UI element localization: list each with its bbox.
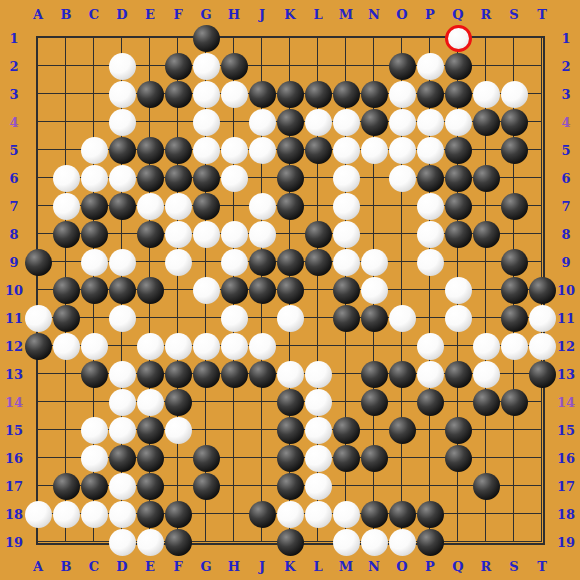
row-label-right-8: 8 [561, 227, 570, 242]
stone-black [333, 305, 360, 332]
stone-black [333, 445, 360, 472]
stone-white [333, 529, 360, 556]
stone-black [445, 165, 472, 192]
stone-white [109, 305, 136, 332]
stone-black [109, 193, 136, 220]
stone-white [53, 501, 80, 528]
stone-black [165, 165, 192, 192]
stone-white [277, 501, 304, 528]
stone-white [249, 109, 276, 136]
stone-white [221, 305, 248, 332]
col-label-top-N: N [368, 7, 380, 22]
stone-black [249, 277, 276, 304]
stone-black [305, 221, 332, 248]
stone-white [333, 193, 360, 220]
stone-white [389, 137, 416, 164]
stone-black [529, 277, 556, 304]
stone-black [193, 445, 220, 472]
stone-white [417, 333, 444, 360]
stone-black [305, 249, 332, 276]
stone-white [389, 165, 416, 192]
stone-black [445, 193, 472, 220]
stone-black [361, 109, 388, 136]
stone-black [137, 221, 164, 248]
row-label-left-15: 15 [5, 423, 23, 438]
row-label-left-2: 2 [9, 59, 18, 74]
row-label-right-13: 13 [557, 367, 575, 382]
stone-black [445, 445, 472, 472]
stone-black [137, 361, 164, 388]
stone-white [333, 165, 360, 192]
stone-black [165, 501, 192, 528]
stone-white [221, 333, 248, 360]
stone-black [53, 305, 80, 332]
col-label-top-A: A [33, 7, 43, 22]
stone-white [137, 529, 164, 556]
col-label-bottom-F: F [173, 559, 182, 574]
stone-black [473, 389, 500, 416]
stone-black [277, 473, 304, 500]
col-label-bottom-C: C [89, 559, 99, 574]
stone-black [53, 221, 80, 248]
stone-white [389, 529, 416, 556]
stone-black [389, 361, 416, 388]
stone-black [137, 137, 164, 164]
stone-black [193, 193, 220, 220]
stone-white [389, 109, 416, 136]
stone-white [53, 165, 80, 192]
stone-white [109, 53, 136, 80]
col-label-top-R: R [481, 7, 492, 22]
col-label-bottom-E: E [145, 559, 155, 574]
stone-black [81, 221, 108, 248]
row-label-left-16: 16 [5, 451, 23, 466]
row-label-right-10: 10 [557, 283, 575, 298]
col-label-top-J: J [259, 7, 265, 22]
go-board[interactable]: ABCDEFGHJKLMNOPQRST ABCDEFGHJKLMNOPQRST … [0, 0, 580, 580]
stone-white [361, 277, 388, 304]
stone-black [193, 25, 220, 52]
row-label-right-6: 6 [561, 171, 570, 186]
row-label-left-18: 18 [5, 507, 23, 522]
stone-white [277, 361, 304, 388]
col-label-top-L: L [313, 7, 322, 22]
stone-black [25, 333, 52, 360]
stone-white [333, 109, 360, 136]
stone-white [109, 165, 136, 192]
stone-white [109, 529, 136, 556]
col-label-bottom-J: J [259, 559, 265, 574]
row-label-right-15: 15 [557, 423, 575, 438]
stone-black [417, 389, 444, 416]
stone-black [445, 417, 472, 444]
stone-white [81, 417, 108, 444]
stone-black [333, 277, 360, 304]
row-label-right-11: 11 [557, 311, 575, 326]
row-label-left-10: 10 [5, 283, 23, 298]
stone-black [305, 81, 332, 108]
stone-white [53, 193, 80, 220]
stone-black [277, 193, 304, 220]
row-label-right-16: 16 [557, 451, 575, 466]
col-label-bottom-B: B [61, 559, 72, 574]
col-label-top-E: E [145, 7, 155, 22]
stone-black [53, 473, 80, 500]
row-label-left-14: 14 [5, 395, 23, 410]
stone-white [221, 137, 248, 164]
row-label-right-18: 18 [557, 507, 575, 522]
stone-black [249, 501, 276, 528]
stone-black [137, 417, 164, 444]
stone-white [221, 81, 248, 108]
stone-black [165, 529, 192, 556]
stone-black [277, 109, 304, 136]
stone-black [25, 249, 52, 276]
stone-black [361, 389, 388, 416]
stone-white [137, 333, 164, 360]
stone-black [305, 137, 332, 164]
stone-white [109, 361, 136, 388]
col-label-top-O: O [396, 7, 407, 22]
stone-black [165, 81, 192, 108]
stone-black [361, 81, 388, 108]
stone-white [333, 501, 360, 528]
stone-white [137, 389, 164, 416]
col-label-top-S: S [509, 7, 518, 22]
row-label-right-19: 19 [557, 535, 575, 550]
row-label-left-8: 8 [9, 227, 18, 242]
stone-black [109, 277, 136, 304]
stone-black [137, 473, 164, 500]
row-label-right-2: 2 [561, 59, 570, 74]
stone-black [361, 361, 388, 388]
stone-white [501, 81, 528, 108]
stone-white [417, 109, 444, 136]
row-label-left-7: 7 [9, 199, 18, 214]
row-label-right-7: 7 [561, 199, 570, 214]
stone-black [361, 305, 388, 332]
col-label-top-C: C [89, 7, 99, 22]
stone-black [249, 249, 276, 276]
stone-white [193, 81, 220, 108]
col-label-bottom-K: K [284, 559, 295, 574]
stone-white [81, 137, 108, 164]
stone-white [333, 249, 360, 276]
stone-white [165, 193, 192, 220]
stone-black [445, 53, 472, 80]
stone-white [193, 53, 220, 80]
stone-white [249, 333, 276, 360]
stone-black [277, 249, 304, 276]
stone-black [361, 445, 388, 472]
last-move-marked-white [445, 25, 472, 52]
col-label-top-Q: Q [452, 7, 463, 22]
stone-white [109, 473, 136, 500]
col-label-bottom-P: P [425, 559, 435, 574]
stone-white [445, 277, 472, 304]
row-label-right-4: 4 [561, 115, 570, 130]
stone-black [417, 529, 444, 556]
stone-black [277, 277, 304, 304]
col-label-top-D: D [116, 7, 127, 22]
stone-black [417, 165, 444, 192]
row-label-right-17: 17 [557, 479, 575, 494]
stone-black [53, 277, 80, 304]
col-label-bottom-G: G [200, 559, 211, 574]
row-label-right-14: 14 [557, 395, 575, 410]
stone-black [277, 81, 304, 108]
stone-black [277, 137, 304, 164]
col-label-top-G: G [200, 7, 211, 22]
stone-black [501, 277, 528, 304]
col-label-bottom-O: O [396, 559, 407, 574]
col-label-bottom-H: H [228, 559, 240, 574]
stone-black [277, 389, 304, 416]
stone-white [305, 361, 332, 388]
stone-black [137, 445, 164, 472]
stone-black [473, 473, 500, 500]
stone-black [109, 137, 136, 164]
stone-black [165, 389, 192, 416]
stone-black [333, 417, 360, 444]
stone-white [193, 137, 220, 164]
stone-white [417, 53, 444, 80]
stone-white [193, 109, 220, 136]
row-label-left-3: 3 [9, 87, 18, 102]
go-app-window: { "game": "go", "board": { "size": 19, "… [0, 0, 580, 580]
stone-black [193, 165, 220, 192]
stone-white [165, 249, 192, 276]
stone-white [529, 305, 556, 332]
stone-white [445, 109, 472, 136]
stone-black [389, 501, 416, 528]
stone-black [137, 81, 164, 108]
stone-black [501, 249, 528, 276]
stone-black [81, 361, 108, 388]
row-label-left-4: 4 [9, 115, 18, 130]
stone-white [501, 333, 528, 360]
col-label-top-B: B [61, 7, 72, 22]
stone-white [361, 137, 388, 164]
stone-white [305, 473, 332, 500]
stone-white [305, 445, 332, 472]
stone-black [445, 361, 472, 388]
col-label-top-H: H [228, 7, 240, 22]
row-label-right-3: 3 [561, 87, 570, 102]
stone-white [445, 305, 472, 332]
stone-white [529, 333, 556, 360]
stone-black [221, 277, 248, 304]
stone-white [417, 137, 444, 164]
stone-white [473, 333, 500, 360]
stone-black [529, 361, 556, 388]
stone-white [305, 389, 332, 416]
stone-black [473, 221, 500, 248]
stone-white [417, 249, 444, 276]
col-label-top-F: F [173, 7, 182, 22]
row-label-left-17: 17 [5, 479, 23, 494]
stone-black [445, 137, 472, 164]
stone-white [25, 305, 52, 332]
stone-white [81, 333, 108, 360]
stone-white [473, 81, 500, 108]
stone-white [221, 165, 248, 192]
stone-white [193, 277, 220, 304]
row-label-left-12: 12 [5, 339, 23, 354]
stone-white [193, 221, 220, 248]
row-label-right-5: 5 [561, 143, 570, 158]
stone-white [221, 221, 248, 248]
stone-white [305, 417, 332, 444]
stone-black [165, 137, 192, 164]
stone-black [165, 361, 192, 388]
stone-white [109, 81, 136, 108]
row-label-left-1: 1 [9, 31, 18, 46]
row-label-left-9: 9 [9, 255, 18, 270]
col-label-bottom-L: L [313, 559, 322, 574]
col-label-top-T: T [537, 7, 547, 22]
row-label-left-13: 13 [5, 367, 23, 382]
stone-white [25, 501, 52, 528]
stone-black [137, 277, 164, 304]
stone-black [221, 361, 248, 388]
stone-white [333, 137, 360, 164]
stone-black [445, 221, 472, 248]
stone-white [109, 109, 136, 136]
stone-black [109, 445, 136, 472]
stone-white [81, 249, 108, 276]
stone-white [165, 221, 192, 248]
stone-white [109, 417, 136, 444]
stone-white [305, 501, 332, 528]
row-label-right-9: 9 [561, 255, 570, 270]
row-label-right-12: 12 [557, 339, 575, 354]
stone-white [361, 249, 388, 276]
row-label-left-19: 19 [5, 535, 23, 550]
stone-black [417, 501, 444, 528]
stone-black [81, 193, 108, 220]
stone-black [473, 109, 500, 136]
stone-white [249, 221, 276, 248]
stone-black [165, 53, 192, 80]
stone-black [417, 81, 444, 108]
stone-black [501, 109, 528, 136]
stone-white [81, 165, 108, 192]
stone-black [277, 529, 304, 556]
stone-black [249, 361, 276, 388]
stone-black [277, 445, 304, 472]
row-label-right-1: 1 [561, 31, 570, 46]
stone-white [389, 305, 416, 332]
stone-white [165, 417, 192, 444]
stone-black [361, 501, 388, 528]
stone-black [501, 193, 528, 220]
stone-black [137, 165, 164, 192]
col-label-bottom-N: N [368, 559, 380, 574]
stone-white [305, 109, 332, 136]
stone-white [81, 501, 108, 528]
stone-black [193, 473, 220, 500]
stone-white [277, 305, 304, 332]
row-label-left-5: 5 [9, 143, 18, 158]
stone-white [193, 333, 220, 360]
col-label-top-K: K [284, 7, 295, 22]
col-label-bottom-A: A [33, 559, 43, 574]
stone-black [389, 417, 416, 444]
row-label-left-11: 11 [5, 311, 23, 326]
stone-black [501, 137, 528, 164]
stone-white [109, 249, 136, 276]
stone-white [249, 137, 276, 164]
stone-white [361, 529, 388, 556]
stone-white [109, 501, 136, 528]
stone-black [193, 361, 220, 388]
stone-black [445, 81, 472, 108]
stone-black [81, 277, 108, 304]
stone-white [417, 221, 444, 248]
stone-white [221, 249, 248, 276]
stone-black [501, 389, 528, 416]
stone-black [277, 165, 304, 192]
stone-white [81, 445, 108, 472]
stone-black [389, 53, 416, 80]
stone-white [417, 361, 444, 388]
col-label-bottom-T: T [537, 559, 547, 574]
stone-black [249, 81, 276, 108]
stone-black [81, 473, 108, 500]
col-label-bottom-R: R [481, 559, 492, 574]
stone-white [249, 193, 276, 220]
stone-black [137, 501, 164, 528]
stone-white [165, 333, 192, 360]
col-label-bottom-Q: Q [452, 559, 463, 574]
col-label-top-P: P [425, 7, 435, 22]
stone-black [221, 53, 248, 80]
col-label-top-M: M [339, 7, 353, 22]
stone-white [417, 193, 444, 220]
stone-black [501, 305, 528, 332]
stone-black [473, 165, 500, 192]
stone-white [53, 333, 80, 360]
stone-white [333, 221, 360, 248]
col-label-bottom-D: D [116, 559, 127, 574]
stone-black [277, 417, 304, 444]
stone-white [109, 389, 136, 416]
col-label-bottom-S: S [509, 559, 518, 574]
stone-white [137, 193, 164, 220]
row-label-left-6: 6 [9, 171, 18, 186]
stone-black [333, 81, 360, 108]
col-label-bottom-M: M [339, 559, 353, 574]
stone-white [473, 361, 500, 388]
stone-white [389, 81, 416, 108]
